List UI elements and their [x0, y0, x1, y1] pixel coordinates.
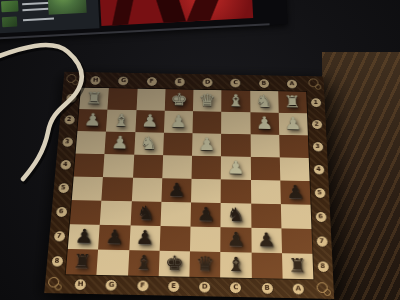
rank-label: 3: [61, 137, 74, 148]
square-g2: ♝: [106, 110, 136, 133]
square-f2: ♟: [135, 110, 165, 133]
square-e5: ♟: [161, 178, 191, 202]
frame-corner-ornament: [306, 76, 325, 92]
file-label: A: [292, 282, 305, 295]
rank-label: 7: [315, 235, 328, 247]
frame-corner-ornament: [313, 279, 334, 299]
rank-label: 2: [310, 119, 322, 130]
square-f6: ♞: [130, 201, 161, 226]
square-f7: ♟: [129, 225, 160, 250]
file-label-cell-c-bottom: C: [220, 277, 251, 297]
file-label: F: [146, 76, 158, 86]
piece-white-pawn: ♟: [141, 113, 159, 130]
square-e2: ♟: [164, 111, 193, 134]
rank-label-cell-5-right: 5: [310, 181, 330, 205]
rank-label: 6: [314, 211, 327, 223]
rank-label: 5: [57, 182, 70, 194]
piece-white-bishop: ♝: [227, 93, 244, 110]
side-table-surface: [322, 52, 400, 300]
square-h1: ♜: [79, 88, 109, 110]
file-label: G: [105, 278, 119, 291]
square-d8: ♛: [189, 251, 220, 277]
piece-white-pawn: ♟: [227, 159, 245, 177]
rank-label: 7: [52, 230, 66, 242]
square-d6: ♟: [190, 202, 220, 227]
rank-label: 1: [65, 93, 78, 104]
square-b7: ♟: [251, 228, 282, 253]
piece-black-pawn: ♟: [74, 227, 94, 247]
piece-black-pawn: ♟: [227, 230, 245, 250]
file-label-cell-f-bottom: F: [127, 276, 159, 296]
square-b5: [251, 180, 281, 204]
square-h8: ♜: [66, 249, 99, 275]
square-h2: ♟: [77, 109, 107, 131]
rank-label: 3: [311, 141, 324, 152]
square-g5: [102, 177, 133, 201]
file-label: G: [117, 75, 129, 85]
square-d7: [190, 227, 221, 252]
green-image-on-screen: [47, 0, 87, 15]
piece-black-knight: ♞: [136, 204, 155, 223]
square-a7: [281, 228, 312, 253]
square-d3: ♟: [192, 133, 221, 156]
rank-label-cell-8-right: 8: [312, 254, 333, 280]
square-c5: [221, 179, 251, 203]
frame-corner-ornament: [44, 274, 66, 294]
piece-white-rook: ♜: [85, 90, 103, 107]
file-label-cell-a-bottom: A: [282, 279, 314, 299]
square-g1: [108, 88, 138, 110]
square-h6: [70, 200, 102, 225]
file-label: H: [74, 278, 88, 291]
square-b2: ♟: [250, 112, 279, 135]
square-h5: [72, 177, 103, 201]
square-c8: ♝: [220, 252, 251, 278]
rank-label: 4: [312, 164, 325, 175]
piece-white-bishop: ♝: [112, 112, 130, 129]
square-a1: ♜: [278, 91, 307, 113]
square-e4: [162, 155, 192, 179]
square-f4: [133, 155, 163, 179]
rank-label-cell-2-right: 2: [307, 113, 326, 135]
file-label: E: [174, 76, 186, 86]
square-e8: ♚: [158, 251, 189, 277]
square-h4: [74, 154, 105, 178]
file-label: C: [230, 77, 242, 87]
file-label-cell-b-bottom: B: [251, 278, 282, 298]
rank-label: 2: [63, 114, 76, 125]
square-a4: [280, 157, 310, 181]
blurred-text-line: [22, 8, 48, 11]
square-h7: ♟: [68, 224, 100, 249]
file-label-cell-e-top: E: [165, 74, 193, 90]
rank-label-cell-1-left: 1: [61, 87, 81, 109]
rank-label: 8: [316, 260, 329, 273]
square-f5: [131, 178, 162, 202]
square-g7: ♟: [98, 225, 130, 250]
piece-white-rook: ♜: [284, 94, 302, 111]
piece-black-rook: ♜: [72, 252, 92, 272]
piece-white-queen: ♛: [199, 92, 216, 109]
rank-label-cell-7-left: 7: [48, 224, 70, 249]
file-label: D: [198, 280, 211, 293]
file-label-cell-d-bottom: D: [189, 277, 220, 297]
square-a8: ♜: [282, 253, 314, 279]
square-a2: ♟: [278, 113, 307, 136]
rank-label-cell-3-left: 3: [57, 131, 77, 154]
file-label: D: [202, 77, 214, 87]
piece-white-pawn: ♟: [111, 134, 129, 152]
piece-white-knight: ♞: [140, 135, 158, 153]
piece-black-pawn: ♟: [257, 231, 276, 251]
square-a3: [279, 135, 309, 158]
rank-label: 8: [50, 255, 64, 267]
square-g8: [97, 250, 129, 276]
piece-white-king: ♚: [170, 92, 188, 109]
rank-label-cell-5-left: 5: [53, 176, 74, 200]
square-a6: [281, 204, 312, 229]
square-g3: ♟: [105, 132, 135, 155]
piece-black-knight: ♞: [227, 206, 245, 225]
square-b3: [250, 134, 279, 157]
square-a5: ♟: [280, 181, 310, 205]
file-label-cell-b-top: B: [250, 75, 278, 91]
chess-board: HGFEDCBA1♜♚♛♝♞♜12♟♝♟♟♟♟23♟♞♟34♟45♟♟56♞♟♞…: [44, 72, 334, 299]
blurred-text-line: [23, 18, 54, 22]
square-e1: ♚: [165, 89, 194, 111]
piece-white-pawn: ♟: [170, 113, 188, 130]
file-label: A: [286, 78, 298, 88]
square-f1: [136, 89, 165, 111]
square-b6: [251, 204, 281, 229]
file-label-cell-a-top: A: [278, 76, 307, 92]
rank-label: 6: [54, 206, 67, 218]
piece-black-pawn: ♟: [286, 183, 304, 202]
frame-corner-ornament: [63, 72, 82, 88]
square-c3: [221, 134, 250, 157]
square-d1: ♛: [193, 90, 222, 112]
piece-white-pawn: ♟: [284, 115, 302, 132]
file-label: B: [258, 78, 270, 88]
file-label-cell-e-bottom: E: [158, 276, 190, 296]
rank-label: 1: [310, 97, 322, 108]
square-b4: [250, 157, 280, 181]
red-artwork-on-screen: [100, 0, 254, 26]
file-label: H: [89, 75, 101, 85]
piece-white-pawn: ♟: [198, 136, 216, 154]
piece-black-bishop: ♝: [134, 253, 153, 273]
rank-label: 4: [59, 159, 72, 170]
square-d4: [192, 156, 222, 180]
square-g4: [103, 154, 134, 178]
piece-black-pawn: ♟: [197, 205, 215, 224]
file-label-cell-d-top: D: [193, 74, 221, 90]
file-label: E: [167, 280, 180, 293]
square-f8: ♝: [128, 250, 160, 276]
square-b1: ♞: [250, 91, 279, 113]
square-e6: [160, 202, 191, 227]
file-label: F: [136, 279, 149, 292]
piece-black-queen: ♛: [196, 254, 215, 274]
file-label-cell-f-top: F: [137, 73, 166, 89]
file-label-cell-c-top: C: [222, 75, 250, 91]
piece-white-knight: ♞: [255, 93, 272, 110]
photo-of-desk-with-chessboard: HGFEDCBA1♜♚♛♝♞♜12♟♝♟♟♟♟23♟♞♟34♟45♟♟56♞♟♞…: [0, 0, 400, 300]
rank-label: 5: [313, 187, 326, 199]
square-d5: [191, 179, 221, 203]
file-label-cell-h-top: H: [81, 72, 110, 88]
square-e3: [163, 133, 193, 156]
rank-label-cell-4-left: 4: [55, 153, 76, 176]
file-label: B: [260, 282, 273, 295]
square-d2: [193, 111, 222, 134]
rank-label-cell-1-right: 1: [306, 92, 325, 114]
piece-white-pawn: ♟: [83, 112, 101, 129]
file-label-cell-g-top: G: [109, 73, 138, 89]
monitor: [0, 0, 288, 40]
piece-white-pawn: ♟: [256, 115, 274, 132]
piece-black-pawn: ♟: [167, 181, 185, 200]
rank-label-cell-8-left: 8: [46, 249, 68, 275]
piece-black-king: ♚: [165, 254, 184, 274]
rank-label-cell-6-right: 6: [311, 205, 331, 230]
rank-label-cell-7-right: 7: [311, 229, 332, 254]
square-c1: ♝: [221, 90, 249, 112]
piece-black-pawn: ♟: [105, 228, 124, 248]
square-c4: ♟: [221, 156, 251, 180]
file-label: C: [229, 281, 242, 294]
file-label-cell-g-bottom: G: [95, 275, 127, 295]
rank-label-cell-2-left: 2: [59, 109, 79, 131]
piece-black-pawn: ♟: [135, 228, 154, 248]
rank-label-cell-3-right: 3: [308, 135, 328, 158]
file-label-cell-h-bottom: H: [64, 274, 96, 294]
square-f3: ♞: [134, 132, 164, 155]
square-c7: ♟: [221, 227, 252, 252]
video-thumbnail-icon: [1, 0, 19, 12]
square-g6: [100, 201, 131, 226]
piece-black-bishop: ♝: [227, 255, 246, 275]
rank-label-cell-6-left: 6: [51, 200, 72, 224]
square-c2: [221, 112, 250, 135]
piece-black-rook: ♜: [288, 256, 307, 276]
video-thumbnail-icon: [2, 16, 18, 27]
square-b8: [251, 253, 282, 279]
square-e7: [159, 226, 190, 251]
rank-label-cell-4-right: 4: [309, 158, 329, 181]
square-h3: [76, 131, 107, 154]
square-c6: ♞: [221, 203, 251, 228]
